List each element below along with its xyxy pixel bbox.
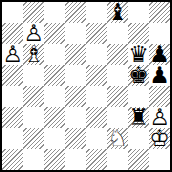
square-d6[interactable] bbox=[65, 44, 86, 65]
square-h4[interactable] bbox=[149, 86, 170, 107]
square-a7[interactable] bbox=[2, 23, 23, 44]
square-e8[interactable] bbox=[86, 2, 107, 23]
square-a1[interactable] bbox=[2, 149, 23, 170]
square-c2[interactable] bbox=[44, 128, 65, 149]
square-b1[interactable] bbox=[23, 149, 44, 170]
square-d4[interactable] bbox=[65, 86, 86, 107]
square-e2[interactable] bbox=[86, 128, 107, 149]
square-e7[interactable] bbox=[86, 23, 107, 44]
square-d1[interactable] bbox=[65, 149, 86, 170]
piece-black-queen: ♛ bbox=[128, 44, 149, 65]
square-h3[interactable]: ♟♙ bbox=[149, 107, 170, 128]
square-f1[interactable] bbox=[107, 149, 128, 170]
square-c4[interactable] bbox=[44, 86, 65, 107]
square-c3[interactable] bbox=[44, 107, 65, 128]
white-piece-outline-layer: ♔ bbox=[149, 128, 170, 149]
square-b6[interactable]: ♝♗ bbox=[23, 44, 44, 65]
square-g7[interactable] bbox=[128, 23, 149, 44]
square-g4[interactable] bbox=[128, 86, 149, 107]
black-piece-glyph: ♛ bbox=[128, 44, 149, 65]
square-d8[interactable] bbox=[65, 2, 86, 23]
square-h8[interactable] bbox=[149, 2, 170, 23]
piece-black-pawn: ♟ bbox=[149, 65, 170, 86]
square-h2[interactable]: ♚♔ bbox=[149, 128, 170, 149]
square-b2[interactable] bbox=[23, 128, 44, 149]
white-piece-outline-layer: ♗ bbox=[23, 44, 44, 65]
square-f8[interactable]: ♝ bbox=[107, 2, 128, 23]
square-f6[interactable] bbox=[107, 44, 128, 65]
square-e3[interactable] bbox=[86, 107, 107, 128]
square-g8[interactable] bbox=[128, 2, 149, 23]
black-piece-glyph: ♚ bbox=[128, 65, 149, 86]
white-piece-fill-layer: ♟ bbox=[23, 23, 44, 44]
square-g3[interactable]: ♜ bbox=[128, 107, 149, 128]
piece-white-pawn: ♟♙ bbox=[2, 44, 23, 65]
square-c1[interactable] bbox=[44, 149, 65, 170]
square-f3[interactable] bbox=[107, 107, 128, 128]
square-d2[interactable] bbox=[65, 128, 86, 149]
chess-board: ♝♟♙♟♙♝♗♛♟♚♟♜♟♙♞♘♚♔ bbox=[0, 0, 172, 172]
square-e1[interactable] bbox=[86, 149, 107, 170]
white-piece-fill-layer: ♞ bbox=[107, 128, 128, 149]
square-d7[interactable] bbox=[65, 23, 86, 44]
white-piece-fill-layer: ♝ bbox=[23, 44, 44, 65]
square-g6[interactable]: ♛ bbox=[128, 44, 149, 65]
square-c8[interactable] bbox=[44, 2, 65, 23]
black-piece-glyph: ♟ bbox=[149, 65, 170, 86]
square-d5[interactable] bbox=[65, 65, 86, 86]
square-c6[interactable] bbox=[44, 44, 65, 65]
piece-black-rook: ♜ bbox=[128, 107, 149, 128]
square-d3[interactable] bbox=[65, 107, 86, 128]
piece-white-knight: ♞♘ bbox=[107, 128, 128, 149]
square-e5[interactable] bbox=[86, 65, 107, 86]
square-b5[interactable] bbox=[23, 65, 44, 86]
square-h1[interactable] bbox=[149, 149, 170, 170]
square-b7[interactable]: ♟♙ bbox=[23, 23, 44, 44]
white-piece-outline-layer: ♙ bbox=[149, 107, 170, 128]
white-piece-fill-layer: ♚ bbox=[149, 128, 170, 149]
square-a6[interactable]: ♟♙ bbox=[2, 44, 23, 65]
square-g5[interactable]: ♚ bbox=[128, 65, 149, 86]
piece-white-pawn: ♟♙ bbox=[149, 107, 170, 128]
square-a8[interactable] bbox=[2, 2, 23, 23]
square-a2[interactable] bbox=[2, 128, 23, 149]
square-e4[interactable] bbox=[86, 86, 107, 107]
square-b8[interactable] bbox=[23, 2, 44, 23]
piece-white-bishop: ♝♗ bbox=[23, 44, 44, 65]
square-h7[interactable] bbox=[149, 23, 170, 44]
white-piece-fill-layer: ♟ bbox=[2, 44, 23, 65]
square-a4[interactable] bbox=[2, 86, 23, 107]
white-piece-outline-layer: ♙ bbox=[23, 23, 44, 44]
black-piece-glyph: ♝ bbox=[107, 2, 128, 23]
square-c7[interactable] bbox=[44, 23, 65, 44]
square-f5[interactable] bbox=[107, 65, 128, 86]
black-piece-glyph: ♟ bbox=[149, 44, 170, 65]
square-g1[interactable] bbox=[128, 149, 149, 170]
square-g2[interactable] bbox=[128, 128, 149, 149]
square-e6[interactable] bbox=[86, 44, 107, 65]
square-a5[interactable] bbox=[2, 65, 23, 86]
square-c5[interactable] bbox=[44, 65, 65, 86]
square-f7[interactable] bbox=[107, 23, 128, 44]
white-piece-fill-layer: ♟ bbox=[149, 107, 170, 128]
square-a3[interactable] bbox=[2, 107, 23, 128]
square-f2[interactable]: ♞♘ bbox=[107, 128, 128, 149]
square-h5[interactable]: ♟ bbox=[149, 65, 170, 86]
square-b3[interactable] bbox=[23, 107, 44, 128]
piece-black-pawn: ♟ bbox=[149, 44, 170, 65]
black-piece-glyph: ♜ bbox=[128, 107, 149, 128]
piece-white-pawn: ♟♙ bbox=[23, 23, 44, 44]
square-f4[interactable] bbox=[107, 86, 128, 107]
square-h6[interactable]: ♟ bbox=[149, 44, 170, 65]
white-piece-outline-layer: ♙ bbox=[2, 44, 23, 65]
piece-black-king: ♚ bbox=[128, 65, 149, 86]
square-b4[interactable] bbox=[23, 86, 44, 107]
white-piece-outline-layer: ♘ bbox=[107, 128, 128, 149]
piece-white-king: ♚♔ bbox=[149, 128, 170, 149]
piece-black-bishop: ♝ bbox=[107, 2, 128, 23]
